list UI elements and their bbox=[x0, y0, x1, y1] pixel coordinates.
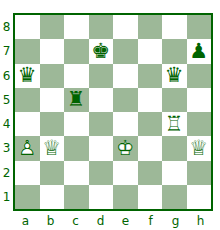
square-h1[interactable] bbox=[187, 185, 212, 209]
square-d6[interactable] bbox=[89, 64, 114, 88]
square-g1[interactable] bbox=[162, 185, 187, 209]
rank-labels: 87654321 bbox=[0, 13, 13, 211]
square-e5[interactable] bbox=[113, 88, 138, 112]
white-pawn-fill: ♟ bbox=[15, 136, 40, 160]
chess-diagram: 87654321 ♚♟♛♛♜♜♖♟♙♛♕♚♔♛♕ abcdefgh bbox=[0, 0, 220, 229]
square-f1[interactable] bbox=[138, 185, 163, 209]
square-d3[interactable] bbox=[89, 136, 114, 160]
square-e6[interactable] bbox=[113, 64, 138, 88]
square-g5[interactable] bbox=[162, 88, 187, 112]
file-label-c: c bbox=[63, 211, 88, 229]
square-c2[interactable] bbox=[64, 161, 89, 185]
file-label-b: b bbox=[38, 211, 63, 229]
square-a8[interactable] bbox=[15, 15, 40, 39]
square-f7[interactable] bbox=[138, 39, 163, 63]
rank-label-4: 4 bbox=[0, 112, 13, 136]
square-b7[interactable] bbox=[40, 39, 65, 63]
file-labels: abcdefgh bbox=[13, 211, 213, 229]
file-label-e: e bbox=[113, 211, 138, 229]
square-c5[interactable]: ♜ bbox=[64, 88, 89, 112]
square-h2[interactable] bbox=[187, 161, 212, 185]
black-queen: ♛ bbox=[15, 64, 40, 88]
square-h3[interactable]: ♛♕ bbox=[187, 136, 212, 160]
white-queen: ♕ bbox=[187, 136, 212, 160]
white-queen: ♕ bbox=[40, 136, 65, 160]
square-a6[interactable]: ♛ bbox=[15, 64, 40, 88]
file-label-h: h bbox=[188, 211, 213, 229]
rank-label-2: 2 bbox=[0, 161, 13, 185]
file-label-g: g bbox=[163, 211, 188, 229]
rank-label-3: 3 bbox=[0, 136, 13, 160]
square-f6[interactable] bbox=[138, 64, 163, 88]
file-label-a: a bbox=[13, 211, 38, 229]
square-d8[interactable] bbox=[89, 15, 114, 39]
square-b6[interactable] bbox=[40, 64, 65, 88]
white-pawn: ♙ bbox=[15, 136, 40, 160]
black-queen: ♛ bbox=[162, 64, 187, 88]
square-g7[interactable] bbox=[162, 39, 187, 63]
square-c3[interactable] bbox=[64, 136, 89, 160]
white-queen-fill: ♛ bbox=[187, 136, 212, 160]
square-c8[interactable] bbox=[64, 15, 89, 39]
white-king: ♔ bbox=[113, 136, 138, 160]
square-f8[interactable] bbox=[138, 15, 163, 39]
black-rook: ♜ bbox=[64, 88, 89, 112]
file-label-d: d bbox=[88, 211, 113, 229]
rank-label-1: 1 bbox=[0, 185, 13, 209]
square-c1[interactable] bbox=[64, 185, 89, 209]
file-label-f: f bbox=[138, 211, 163, 229]
rank-label-5: 5 bbox=[0, 88, 13, 112]
square-e8[interactable] bbox=[113, 15, 138, 39]
square-e1[interactable] bbox=[113, 185, 138, 209]
square-a7[interactable] bbox=[15, 39, 40, 63]
square-h6[interactable] bbox=[187, 64, 212, 88]
square-g4[interactable]: ♜♖ bbox=[162, 112, 187, 136]
square-a4[interactable] bbox=[15, 112, 40, 136]
square-b4[interactable] bbox=[40, 112, 65, 136]
square-b8[interactable] bbox=[40, 15, 65, 39]
square-d1[interactable] bbox=[89, 185, 114, 209]
square-h5[interactable] bbox=[187, 88, 212, 112]
square-a1[interactable] bbox=[15, 185, 40, 209]
square-d4[interactable] bbox=[89, 112, 114, 136]
square-e3[interactable]: ♚♔ bbox=[113, 136, 138, 160]
white-king-fill: ♚ bbox=[113, 136, 138, 160]
rank-label-7: 7 bbox=[0, 39, 13, 63]
square-a2[interactable] bbox=[15, 161, 40, 185]
square-f5[interactable] bbox=[138, 88, 163, 112]
square-g6[interactable]: ♛ bbox=[162, 64, 187, 88]
square-h8[interactable] bbox=[187, 15, 212, 39]
square-e4[interactable] bbox=[113, 112, 138, 136]
square-d7[interactable]: ♚ bbox=[89, 39, 114, 63]
square-h7[interactable]: ♟ bbox=[187, 39, 212, 63]
square-b2[interactable] bbox=[40, 161, 65, 185]
square-e2[interactable] bbox=[113, 161, 138, 185]
square-g8[interactable] bbox=[162, 15, 187, 39]
square-f4[interactable] bbox=[138, 112, 163, 136]
rank-label-6: 6 bbox=[0, 64, 13, 88]
square-g3[interactable] bbox=[162, 136, 187, 160]
square-h4[interactable] bbox=[187, 112, 212, 136]
square-e7[interactable] bbox=[113, 39, 138, 63]
black-pawn: ♟ bbox=[187, 39, 212, 63]
white-queen-fill: ♛ bbox=[40, 136, 65, 160]
square-c4[interactable] bbox=[64, 112, 89, 136]
rank-label-8: 8 bbox=[0, 15, 13, 39]
black-king: ♚ bbox=[89, 39, 114, 63]
square-b1[interactable] bbox=[40, 185, 65, 209]
chess-board: ♚♟♛♛♜♜♖♟♙♛♕♚♔♛♕ bbox=[13, 13, 213, 211]
square-c7[interactable] bbox=[64, 39, 89, 63]
square-f3[interactable] bbox=[138, 136, 163, 160]
square-f2[interactable] bbox=[138, 161, 163, 185]
square-b5[interactable] bbox=[40, 88, 65, 112]
square-d5[interactable] bbox=[89, 88, 114, 112]
white-rook: ♖ bbox=[162, 112, 187, 136]
square-c6[interactable] bbox=[64, 64, 89, 88]
square-a5[interactable] bbox=[15, 88, 40, 112]
square-a3[interactable]: ♟♙ bbox=[15, 136, 40, 160]
white-rook-fill: ♜ bbox=[162, 112, 187, 136]
square-b3[interactable]: ♛♕ bbox=[40, 136, 65, 160]
square-g2[interactable] bbox=[162, 161, 187, 185]
square-d2[interactable] bbox=[89, 161, 114, 185]
